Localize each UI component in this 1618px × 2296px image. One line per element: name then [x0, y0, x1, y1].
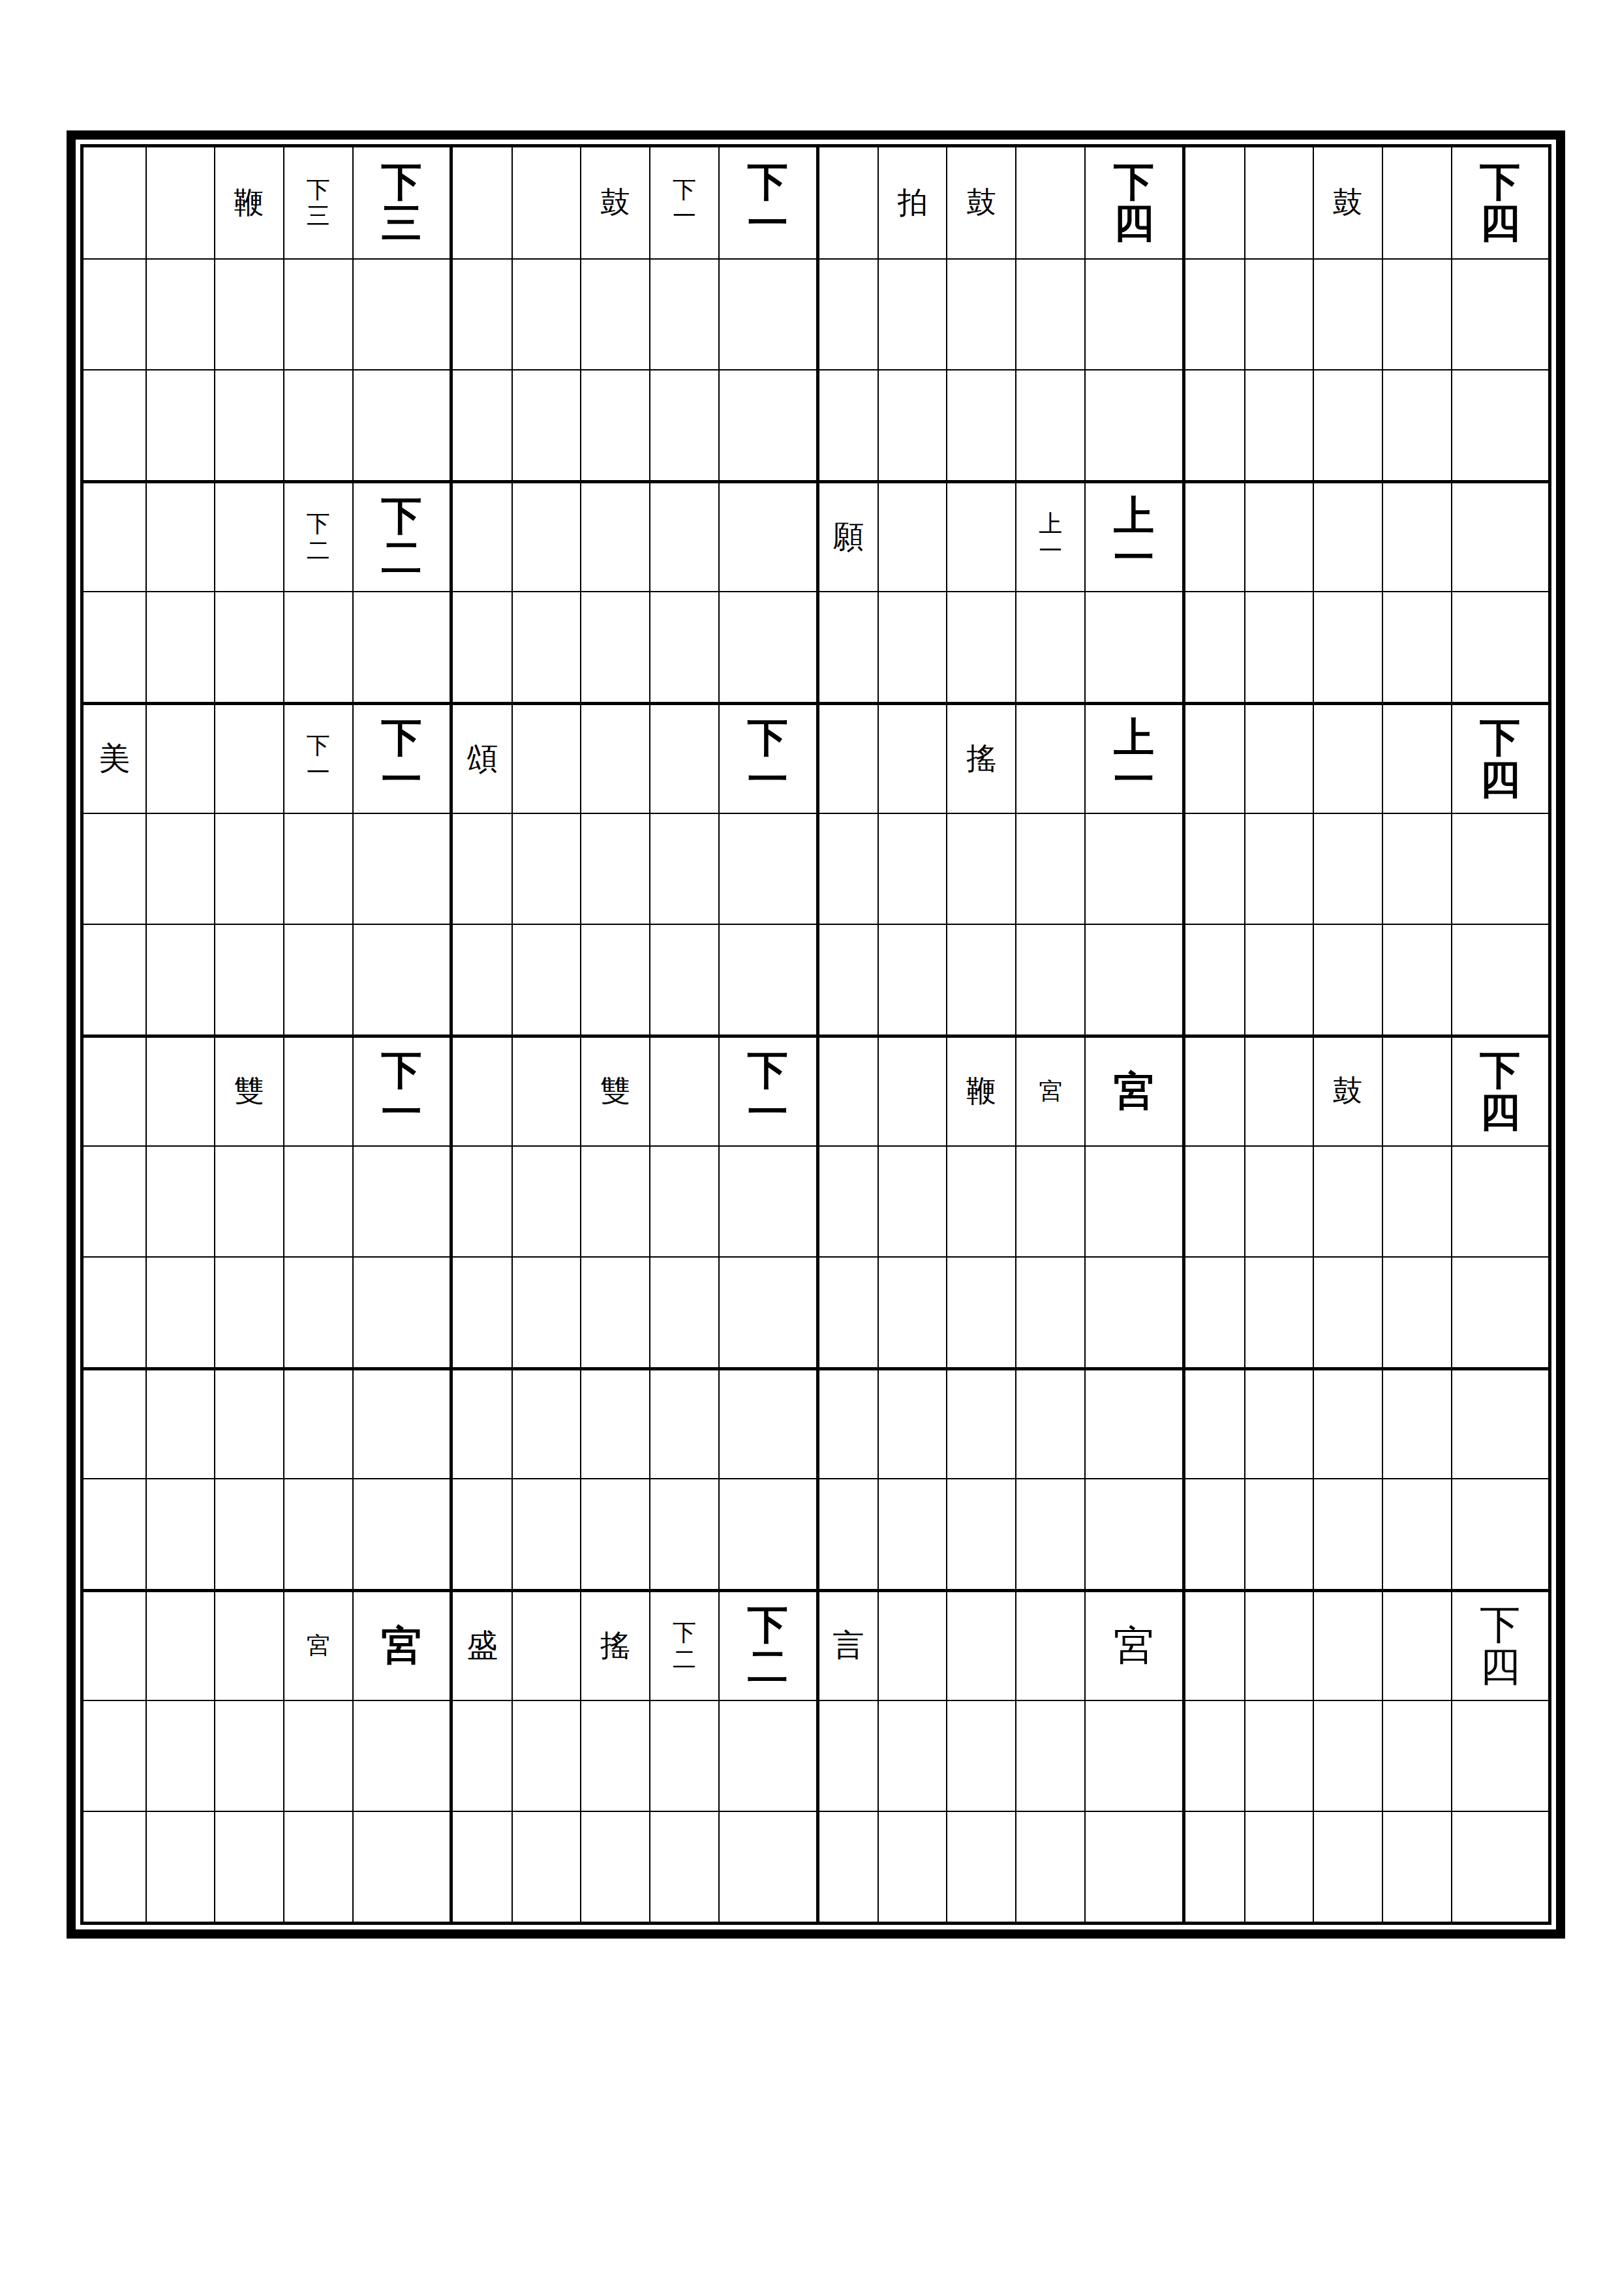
pitch-small-cell [649, 591, 718, 702]
bak-cell [878, 1589, 946, 1700]
pitch-small-cell [1015, 1145, 1084, 1256]
pitch-large-cell: 宮 [352, 1589, 450, 1700]
lyric-cell [84, 813, 145, 924]
bak-cell [1244, 1035, 1313, 1145]
pitch-large-cell [1084, 1145, 1182, 1256]
pitch-large-yulmyeong: 下四 [1480, 1605, 1520, 1687]
pitch-large-cell [1451, 1256, 1548, 1367]
bak-cell [145, 1478, 214, 1589]
janggu-cell [1313, 258, 1382, 369]
janggu-cell [214, 1256, 283, 1367]
pitch-small-cell: 下二 [649, 1589, 718, 1700]
lyric-cell [816, 1035, 878, 1145]
bak-cell [145, 1256, 214, 1367]
lyric-cell [450, 591, 511, 702]
bak-cell [511, 1589, 580, 1700]
pitch-small-cell: 下一 [649, 147, 718, 258]
janggu-cell [580, 1256, 649, 1367]
pitch-large-cell [1451, 1700, 1548, 1811]
bak-cell [511, 1256, 580, 1367]
janggu-cell [580, 591, 649, 702]
pitch-small-cell: 下二 [283, 480, 352, 591]
janggu-cell [946, 1145, 1015, 1256]
janggu-cell [946, 1367, 1015, 1478]
lyric-cell: 盛 [450, 1589, 511, 1700]
lyric-cell [450, 1478, 511, 1589]
pitch-large-cell: 下四 [1451, 702, 1548, 813]
lyric-cell [1182, 1145, 1244, 1256]
pitch-small-yulmyeong: 下三 [307, 177, 330, 230]
pitch-small-cell [283, 258, 352, 369]
janggu-cell [946, 258, 1015, 369]
bak-cell [878, 369, 946, 480]
lyric-cell [1182, 591, 1244, 702]
pitch-large-cell [1084, 924, 1182, 1035]
pitch-small-cell [649, 1145, 718, 1256]
bak-cell [878, 480, 946, 591]
pitch-small-cell [1382, 1700, 1451, 1811]
pitch-small-yulmyeong: 宮 [307, 1633, 330, 1659]
janggu-cell: 鞭 [214, 147, 283, 258]
bak-cell [145, 258, 214, 369]
lyric-cell [450, 924, 511, 1035]
janggu-cell [946, 480, 1015, 591]
janggu-cell [946, 1256, 1015, 1367]
janggu-cell [214, 924, 283, 1035]
pitch-small-cell [283, 1811, 352, 1922]
bak-cell [1244, 369, 1313, 480]
janggu-stroke-mark: 鼓 [1333, 187, 1363, 219]
pitch-small-cell [283, 1256, 352, 1367]
janggu-cell [1313, 1367, 1382, 1478]
pitch-large-cell: 下四 [1451, 1035, 1548, 1145]
janggu-cell [580, 702, 649, 813]
pitch-small-cell [1015, 147, 1084, 258]
pitch-large-cell [1084, 369, 1182, 480]
pitch-small-cell [649, 369, 718, 480]
score-page: 鞭下三下三鼓下一下一拍鼓下四鼓下四下二下二願上一上一美下一下一頌下一搖上一下四雙… [0, 0, 1618, 2296]
pitch-large-cell [352, 813, 450, 924]
bak-cell [878, 258, 946, 369]
pitch-small-cell [1015, 1811, 1084, 1922]
janggu-cell [214, 1478, 283, 1589]
lyric-cell [1182, 1035, 1244, 1145]
lyric-cell [1182, 813, 1244, 924]
pitch-small-cell [1382, 1145, 1451, 1256]
lyric-cell [450, 1367, 511, 1478]
janggu-stroke-mark: 鞭 [234, 187, 264, 219]
pitch-large-cell: 上一 [1084, 702, 1182, 813]
janggu-cell [1313, 702, 1382, 813]
lyric-cell [1182, 1811, 1244, 1922]
pitch-large-cell [1084, 1367, 1182, 1478]
lyric-cell [84, 480, 145, 591]
bak-cell [145, 480, 214, 591]
pitch-small-cell [283, 369, 352, 480]
pitch-large-yulmyeong: 下一 [748, 1050, 788, 1132]
pitch-small-cell [1382, 1478, 1451, 1589]
lyric-cell [816, 147, 878, 258]
janggu-stroke-mark: 雙 [600, 1076, 630, 1107]
lyric-cell [84, 1811, 145, 1922]
pitch-large-cell [1451, 258, 1548, 369]
pitch-small-cell [1382, 591, 1451, 702]
bak-cell [1244, 480, 1313, 591]
bak-cell [1244, 702, 1313, 813]
janggu-cell [1313, 1256, 1382, 1367]
bak-cell [878, 813, 946, 924]
pitch-small-cell [1382, 147, 1451, 258]
lyric-cell [816, 813, 878, 924]
lyric-syllable: 美 [99, 742, 130, 775]
pitch-large-cell [718, 1367, 816, 1478]
janggu-cell [946, 1589, 1015, 1700]
pitch-large-yulmyeong: 下四 [1114, 162, 1154, 244]
janggu-stroke-mark: 鼓 [966, 187, 996, 219]
lyric-cell [84, 1367, 145, 1478]
pitch-small-cell [649, 1811, 718, 1922]
bak-cell [1244, 1256, 1313, 1367]
pitch-large-yulmyeong: 上一 [1114, 496, 1154, 578]
score-frame-outer: 鞭下三下三鼓下一下一拍鼓下四鼓下四下二下二願上一上一美下一下一頌下一搖上一下四雙… [67, 130, 1565, 1939]
pitch-small-cell [283, 813, 352, 924]
pitch-large-yulmyeong: 下四 [1480, 717, 1520, 800]
pitch-small-cell [1382, 924, 1451, 1035]
pitch-large-yulmyeong: 下四 [1480, 1050, 1520, 1132]
pitch-small-cell [649, 1367, 718, 1478]
pitch-large-yulmyeong: 下一 [748, 162, 788, 244]
janggu-cell [1313, 1145, 1382, 1256]
pitch-small-cell [1015, 1589, 1084, 1700]
pitch-large-cell [1451, 480, 1548, 591]
janggu-cell [946, 1811, 1015, 1922]
pitch-small-cell [283, 1145, 352, 1256]
janggu-cell [1313, 480, 1382, 591]
pitch-large-cell: 下一 [718, 702, 816, 813]
pitch-large-cell [1084, 1811, 1182, 1922]
janggu-cell [1313, 369, 1382, 480]
pitch-large-cell [718, 813, 816, 924]
janggu-cell: 鼓 [1313, 147, 1382, 258]
pitch-small-cell [283, 1035, 352, 1145]
pitch-large-cell [352, 1256, 450, 1367]
pitch-small-cell: 宮 [283, 1589, 352, 1700]
janggu-cell [580, 1478, 649, 1589]
bak-cell [878, 1367, 946, 1478]
pitch-large-cell [352, 1700, 450, 1811]
bak-cell [511, 1035, 580, 1145]
janggu-cell: 鼓 [1313, 1035, 1382, 1145]
lyric-cell [816, 1811, 878, 1922]
lyric-cell [84, 1478, 145, 1589]
bak-cell [145, 1145, 214, 1256]
bak-cell [878, 1811, 946, 1922]
lyric-cell [84, 1589, 145, 1700]
lyric-syllable: 頌 [466, 742, 498, 775]
janggu-stroke-mark: 鼓 [600, 187, 630, 219]
pitch-large-yulmyeong: 下四 [1480, 162, 1520, 244]
lyric-cell [816, 1700, 878, 1811]
bak-cell: 拍 [878, 147, 946, 258]
bak-cell [1244, 1478, 1313, 1589]
janggu-cell [1313, 1589, 1382, 1700]
pitch-large-cell [352, 258, 450, 369]
pitch-small-cell [649, 1700, 718, 1811]
pitch-small-cell [1015, 1700, 1084, 1811]
janggu-cell [946, 591, 1015, 702]
janggu-cell [580, 1367, 649, 1478]
pitch-large-yulmyeong: 下二 [748, 1605, 788, 1687]
pitch-small-cell [1015, 591, 1084, 702]
pitch-small-yulmyeong: 下二 [307, 511, 330, 564]
pitch-large-cell [352, 591, 450, 702]
janggu-stroke-mark: 鼓 [1333, 1076, 1363, 1107]
pitch-large-cell [352, 1478, 450, 1589]
pitch-small-cell [1382, 1256, 1451, 1367]
lyric-cell [1182, 924, 1244, 1035]
janggu-stroke-mark: 搖 [966, 743, 996, 774]
janggu-cell [214, 1145, 283, 1256]
pitch-large-cell: 下四 [1084, 147, 1182, 258]
pitch-large-cell: 下四 [1451, 147, 1548, 258]
bak-cell [511, 924, 580, 1035]
pitch-large-cell: 宮 [1084, 1035, 1182, 1145]
lyric-cell [816, 1478, 878, 1589]
bak-cell [511, 702, 580, 813]
pitch-small-cell [649, 1035, 718, 1145]
bak-cell [145, 702, 214, 813]
pitch-small-cell [649, 813, 718, 924]
lyric-cell [84, 258, 145, 369]
janggu-cell [946, 1478, 1015, 1589]
lyric-cell [450, 258, 511, 369]
lyric-cell [816, 369, 878, 480]
lyric-cell [84, 591, 145, 702]
lyric-cell [84, 1035, 145, 1145]
pitch-large-cell [352, 1367, 450, 1478]
pitch-small-cell [649, 1478, 718, 1589]
lyric-cell [450, 1145, 511, 1256]
lyric-cell [1182, 1256, 1244, 1367]
janggu-cell: 雙 [580, 1035, 649, 1145]
pitch-large-cell [1084, 1700, 1182, 1811]
pitch-large-cell [1084, 813, 1182, 924]
lyric-cell [816, 258, 878, 369]
janggu-cell: 雙 [214, 1035, 283, 1145]
lyric-cell [816, 1145, 878, 1256]
janggu-cell [946, 369, 1015, 480]
janggu-cell: 鼓 [580, 147, 649, 258]
janggu-cell: 搖 [946, 702, 1015, 813]
janggu-cell [214, 369, 283, 480]
janggu-cell [1313, 591, 1382, 702]
pitch-small-cell [283, 1367, 352, 1478]
bak-cell [1244, 1589, 1313, 1700]
pitch-small-yulmyeong: 宮 [1039, 1078, 1062, 1104]
lyric-cell [816, 702, 878, 813]
lyric-cell [84, 924, 145, 1035]
lyric-cell [450, 369, 511, 480]
bak-cell [145, 813, 214, 924]
pitch-small-cell [649, 258, 718, 369]
pitch-small-cell [1015, 813, 1084, 924]
pitch-large-cell [1451, 1145, 1548, 1256]
bak-cell [511, 1700, 580, 1811]
pitch-small-cell [1015, 1367, 1084, 1478]
lyric-syllable: 盛 [466, 1629, 498, 1662]
janggu-cell: 搖 [580, 1589, 649, 1700]
janggu-cell [580, 813, 649, 924]
lyric-cell [1182, 480, 1244, 591]
janggu-cell [214, 702, 283, 813]
pitch-large-cell [352, 369, 450, 480]
pitch-large-cell [352, 1811, 450, 1922]
pitch-small-yulmyeong: 下二 [673, 1620, 696, 1672]
pitch-small-cell [1015, 924, 1084, 1035]
bak-cell [511, 1367, 580, 1478]
pitch-large-cell: 下三 [352, 147, 450, 258]
pitch-large-cell [1084, 591, 1182, 702]
pitch-large-cell [1451, 813, 1548, 924]
bak-cell [145, 1367, 214, 1478]
janggu-cell [946, 1700, 1015, 1811]
pitch-large-cell [1451, 369, 1548, 480]
bak-cell [511, 1478, 580, 1589]
jeonggan-grid: 鞭下三下三鼓下一下一拍鼓下四鼓下四下二下二願上一上一美下一下一頌下一搖上一下四雙… [84, 147, 1548, 1922]
lyric-cell [84, 1700, 145, 1811]
bak-cell [878, 702, 946, 813]
lyric-cell [1182, 1700, 1244, 1811]
janggu-stroke-mark: 雙 [234, 1076, 264, 1107]
pitch-small-cell [649, 1256, 718, 1367]
lyric-syllable: 願 [832, 521, 864, 553]
pitch-large-yulmyeong: 上一 [1114, 717, 1154, 800]
pitch-small-cell [1382, 1367, 1451, 1478]
bak-cell [145, 591, 214, 702]
janggu-cell [580, 1811, 649, 1922]
bak-cell [145, 1700, 214, 1811]
lyric-cell [84, 1256, 145, 1367]
bak-cell [145, 924, 214, 1035]
pitch-large-cell [352, 1145, 450, 1256]
pitch-small-cell: 下一 [283, 702, 352, 813]
lyric-cell [84, 1145, 145, 1256]
pitch-small-cell [1382, 480, 1451, 591]
pitch-large-cell [718, 591, 816, 702]
pitch-large-cell [718, 369, 816, 480]
lyric-syllable: 言 [832, 1629, 864, 1662]
pitch-large-cell: 宮 [1084, 1589, 1182, 1700]
janggu-cell [946, 924, 1015, 1035]
pitch-large-cell [718, 1700, 816, 1811]
bak-cell [878, 591, 946, 702]
pitch-large-cell [1084, 258, 1182, 369]
pitch-large-cell [1451, 1811, 1548, 1922]
pitch-small-cell [649, 924, 718, 1035]
lyric-cell: 言 [816, 1589, 878, 1700]
pitch-large-cell [1084, 1478, 1182, 1589]
lyric-cell [450, 813, 511, 924]
janggu-cell [214, 258, 283, 369]
lyric-cell [1182, 702, 1244, 813]
janggu-cell [214, 1589, 283, 1700]
lyric-cell [1182, 1478, 1244, 1589]
lyric-cell: 願 [816, 480, 878, 591]
pitch-small-cell [649, 702, 718, 813]
lyric-cell [1182, 258, 1244, 369]
pitch-large-cell: 下一 [718, 147, 816, 258]
bak-cell [511, 258, 580, 369]
lyric-cell [816, 924, 878, 1035]
bak-cell [1244, 1700, 1313, 1811]
pitch-small-cell [1382, 813, 1451, 924]
pitch-large-cell: 下二 [352, 480, 450, 591]
lyric-cell [816, 591, 878, 702]
bak-cell [1244, 147, 1313, 258]
pitch-large-cell: 下二 [718, 1589, 816, 1700]
pitch-small-cell [1382, 1035, 1451, 1145]
lyric-cell [84, 147, 145, 258]
lyric-cell [450, 1256, 511, 1367]
bak-cell [511, 147, 580, 258]
bak-cell [145, 1811, 214, 1922]
janggu-cell [214, 813, 283, 924]
bak-cell [1244, 924, 1313, 1035]
pitch-small-cell [1382, 369, 1451, 480]
pitch-small-cell: 上一 [1015, 480, 1084, 591]
bak-cell [1244, 1367, 1313, 1478]
janggu-stroke-mark: 鞭 [966, 1076, 996, 1107]
pitch-large-cell: 下一 [352, 702, 450, 813]
pitch-large-yulmyeong: 下一 [382, 1050, 422, 1132]
pitch-small-cell [1015, 1478, 1084, 1589]
pitch-small-yulmyeong: 上一 [1039, 511, 1062, 564]
janggu-cell [1313, 1700, 1382, 1811]
bak-cell [878, 1145, 946, 1256]
lyric-cell: 頌 [450, 702, 511, 813]
pitch-small-cell [1382, 258, 1451, 369]
pitch-large-cell [1084, 1256, 1182, 1367]
lyric-cell [1182, 369, 1244, 480]
score-frame-inner: 鞭下三下三鼓下一下一拍鼓下四鼓下四下二下二願上一上一美下一下一頌下一搖上一下四雙… [80, 144, 1551, 1925]
janggu-cell [214, 1367, 283, 1478]
bak-cell [878, 1256, 946, 1367]
pitch-small-yulmyeong: 下一 [307, 733, 330, 785]
pitch-large-cell [1451, 924, 1548, 1035]
bak-cell [145, 1589, 214, 1700]
pitch-small-cell: 宮 [1015, 1035, 1084, 1145]
pitch-large-cell: 下四 [1451, 1589, 1548, 1700]
janggu-cell [214, 480, 283, 591]
pitch-large-cell [718, 1145, 816, 1256]
lyric-cell [450, 480, 511, 591]
janggu-cell [580, 924, 649, 1035]
bak-mark: 拍 [898, 187, 928, 219]
pitch-large-yulmyeong: 宮 [1114, 1625, 1154, 1667]
bak-cell [878, 1700, 946, 1811]
pitch-large-cell [1451, 1478, 1548, 1589]
pitch-small-cell [1382, 1811, 1451, 1922]
pitch-small-cell [1015, 369, 1084, 480]
bak-cell [511, 813, 580, 924]
lyric-cell [1182, 147, 1244, 258]
pitch-small-yulmyeong: 下一 [673, 177, 696, 230]
janggu-cell: 鼓 [946, 147, 1015, 258]
pitch-large-cell [718, 924, 816, 1035]
bak-cell [1244, 1145, 1313, 1256]
bak-cell [511, 1811, 580, 1922]
lyric-cell [816, 1256, 878, 1367]
